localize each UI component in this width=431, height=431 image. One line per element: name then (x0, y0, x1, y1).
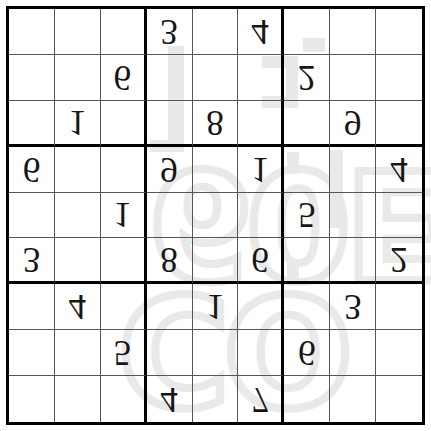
cell-r9c5[interactable] (193, 376, 239, 422)
given-digit: 2 (298, 60, 316, 95)
cell-r4c7[interactable] (284, 147, 330, 193)
cell-r2c9[interactable] (376, 55, 422, 101)
cell-r2c6[interactable] (238, 55, 284, 101)
given-digit: 6 (298, 335, 316, 370)
cell-r5c2[interactable] (55, 193, 101, 239)
cell-r7c1[interactable] (9, 284, 55, 330)
cell-r7c7[interactable] (284, 284, 330, 330)
cell-r6c3[interactable] (101, 238, 147, 284)
cell-r1c8[interactable] (330, 9, 376, 55)
cell-r6c4[interactable]: 8 (147, 238, 193, 284)
cell-r9c1[interactable] (9, 376, 55, 422)
given-digit: 8 (206, 105, 224, 140)
cell-r1c9[interactable] (376, 9, 422, 55)
cell-r9c9[interactable] (376, 376, 422, 422)
cell-r9c2[interactable] (55, 376, 101, 422)
cell-r9c7[interactable] (284, 376, 330, 422)
cell-r7c6[interactable] (238, 284, 284, 330)
cell-r3c3[interactable] (101, 101, 147, 147)
cell-r1c7[interactable] (284, 9, 330, 55)
cell-r1c1[interactable] (9, 9, 55, 55)
cell-r3c4[interactable] (147, 101, 193, 147)
cell-r8c3[interactable]: 5 (101, 330, 147, 376)
given-digit: 7 (251, 382, 269, 417)
cell-r2c5[interactable] (193, 55, 239, 101)
given-digit: 6 (251, 242, 269, 277)
cell-r6c9[interactable]: 2 (376, 238, 422, 284)
cell-r8c5[interactable] (193, 330, 239, 376)
cell-r5c4[interactable] (147, 193, 193, 239)
cell-r4c2[interactable] (55, 147, 101, 193)
cell-r3c7[interactable] (284, 101, 330, 147)
given-digit: 4 (69, 289, 87, 324)
cell-r8c4[interactable] (147, 330, 193, 376)
cell-r2c4[interactable] (147, 55, 193, 101)
cell-r8c7[interactable]: 6 (284, 330, 330, 376)
cell-r9c6[interactable]: 7 (238, 376, 284, 422)
cell-r8c2[interactable] (55, 330, 101, 376)
cell-r5c7[interactable]: 5 (284, 193, 330, 239)
sudoku-board: 346218969141538624135647 (6, 6, 425, 425)
cell-r3c2[interactable]: 1 (55, 101, 101, 147)
cell-r8c9[interactable] (376, 330, 422, 376)
given-digit: 1 (206, 289, 224, 324)
cell-r6c6[interactable]: 6 (238, 238, 284, 284)
sudoku-puzzle-image: 60E CO 346218969141538624135647 (0, 0, 431, 431)
cell-r7c3[interactable] (101, 284, 147, 330)
cell-r6c2[interactable] (55, 238, 101, 284)
given-digit: 8 (160, 242, 178, 277)
cell-r7c2[interactable]: 4 (55, 284, 101, 330)
cell-r3c5[interactable]: 8 (193, 101, 239, 147)
cell-r1c3[interactable] (101, 9, 147, 55)
given-digit: 3 (344, 289, 362, 324)
cell-r2c7[interactable]: 2 (284, 55, 330, 101)
given-digit: 6 (23, 152, 41, 187)
cell-r2c2[interactable] (55, 55, 101, 101)
cell-r4c4[interactable]: 9 (147, 147, 193, 193)
given-digit: 1 (113, 197, 131, 232)
cell-r5c6[interactable] (238, 193, 284, 239)
given-digit: 2 (390, 242, 408, 277)
cell-r5c5[interactable] (193, 193, 239, 239)
given-digit: 9 (160, 152, 178, 187)
cell-r2c3[interactable]: 6 (101, 55, 147, 101)
cell-r4c6[interactable]: 1 (238, 147, 284, 193)
cell-r5c3[interactable]: 1 (101, 193, 147, 239)
cell-r5c1[interactable] (9, 193, 55, 239)
cell-r4c5[interactable] (193, 147, 239, 193)
cell-r8c6[interactable] (238, 330, 284, 376)
cell-r4c3[interactable] (101, 147, 147, 193)
given-digit: 4 (251, 14, 269, 49)
cell-r9c3[interactable] (101, 376, 147, 422)
cell-r4c8[interactable] (330, 147, 376, 193)
cell-r3c8[interactable]: 9 (330, 101, 376, 147)
given-digit: 3 (160, 14, 178, 49)
given-digit: 4 (160, 382, 178, 417)
cell-r4c9[interactable]: 4 (376, 147, 422, 193)
given-digit: 9 (344, 105, 362, 140)
cell-r5c9[interactable] (376, 193, 422, 239)
given-digit: 5 (113, 335, 131, 370)
cell-r3c6[interactable] (238, 101, 284, 147)
cell-r7c9[interactable] (376, 284, 422, 330)
cell-r6c7[interactable] (284, 238, 330, 284)
cell-r1c5[interactable] (193, 9, 239, 55)
cell-r5c8[interactable] (330, 193, 376, 239)
cell-r1c2[interactable] (55, 9, 101, 55)
cell-r7c8[interactable]: 3 (330, 284, 376, 330)
cell-r2c8[interactable] (330, 55, 376, 101)
cell-r7c5[interactable]: 1 (193, 284, 239, 330)
cell-r6c5[interactable] (193, 238, 239, 284)
given-digit: 5 (298, 197, 316, 232)
cell-r2c1[interactable] (9, 55, 55, 101)
cell-r4c1[interactable]: 6 (9, 147, 55, 193)
cell-r8c8[interactable] (330, 330, 376, 376)
cell-r7c4[interactable] (147, 284, 193, 330)
cell-r3c9[interactable] (376, 101, 422, 147)
cell-r9c8[interactable] (330, 376, 376, 422)
cell-r6c1[interactable]: 3 (9, 238, 55, 284)
given-digit: 1 (251, 152, 269, 187)
cell-r3c1[interactable] (9, 101, 55, 147)
cell-r6c8[interactable] (330, 238, 376, 284)
cell-r1c4[interactable]: 3 (147, 9, 193, 55)
given-digit: 1 (69, 105, 87, 140)
given-digit: 4 (390, 152, 408, 187)
cell-r8c1[interactable] (9, 330, 55, 376)
cell-r1c6[interactable]: 4 (238, 9, 284, 55)
cell-r9c4[interactable]: 4 (147, 376, 193, 422)
given-digit: 3 (23, 242, 41, 277)
given-digit: 6 (113, 60, 131, 95)
